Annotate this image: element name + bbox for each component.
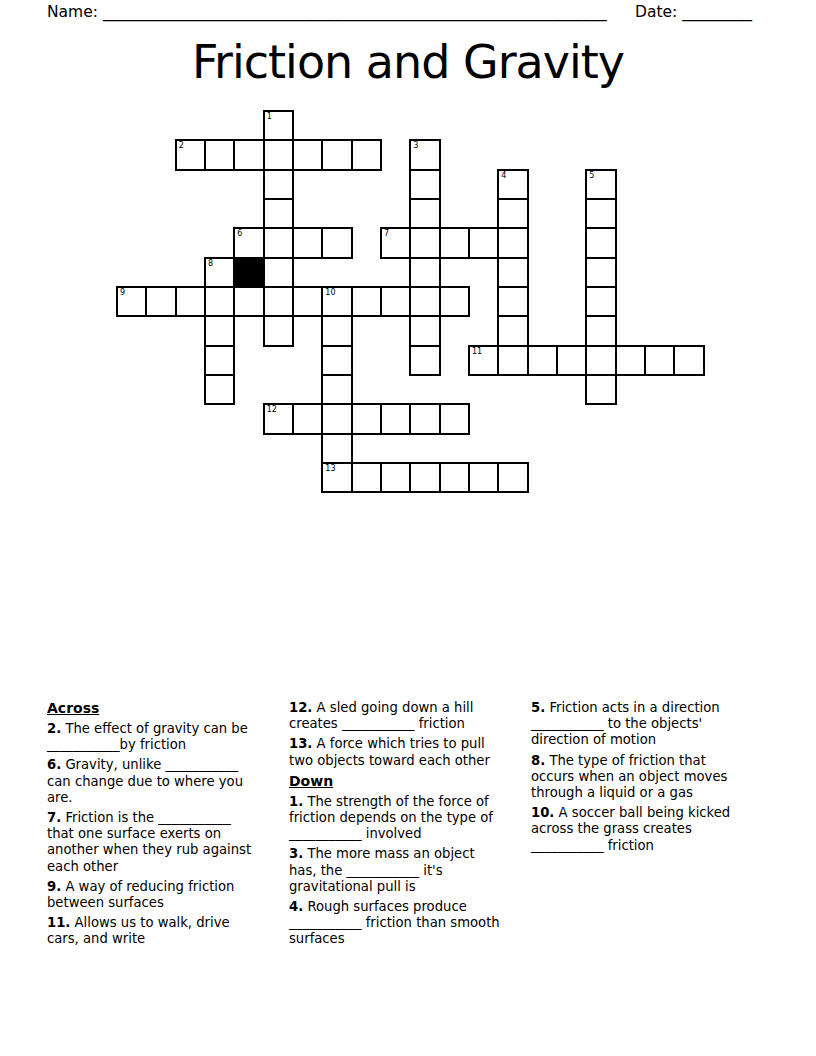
clue-across-12: 12. A sled going down a hill creates ___… [289, 700, 504, 732]
date-label: Date: [635, 3, 677, 21]
grid-cell-r12c10[interactable] [409, 462, 440, 493]
clue-across-9: 9. A way of reducing friction between su… [47, 879, 253, 911]
cell-number-1: 1 [267, 112, 272, 122]
grid-cell-r7c16[interactable] [585, 315, 616, 346]
clue-number: 3. [289, 846, 303, 861]
grid-cell-r7c13[interactable] [497, 315, 528, 346]
grid-cell-r12c13[interactable] [497, 462, 528, 493]
grid-cell-r6c9[interactable] [380, 286, 411, 317]
clue-number: 6. [47, 757, 61, 772]
grid-cell-r9c3[interactable] [204, 374, 235, 405]
grid-cell-r6c4[interactable] [233, 286, 264, 317]
clue-number: 13. [289, 736, 312, 751]
grid-cell-r6c5[interactable] [263, 286, 294, 317]
grid-cell-r8c10[interactable] [409, 345, 440, 376]
grid-cell-r2c10[interactable] [409, 169, 440, 200]
grid-cell-r12c11[interactable] [439, 462, 470, 493]
clue-down-10: 10. A soccer ball being kicked across th… [531, 805, 746, 854]
grid-cell-r4c10[interactable] [409, 227, 440, 258]
grid-cell-r5c10[interactable] [409, 257, 440, 288]
grid-cell-r8c3[interactable] [204, 345, 235, 376]
clue-number: 7. [47, 810, 61, 825]
name-label: Name: [47, 3, 98, 21]
clue-number: 5. [531, 700, 545, 715]
grid-cell-r10c6[interactable] [292, 403, 323, 434]
grid-cell-r1c10[interactable]: 3 [409, 139, 440, 170]
cell-number-3: 3 [413, 141, 418, 151]
grid-cell-r12c8[interactable] [351, 462, 382, 493]
clue-down-1: 1. The strength of the force of friction… [289, 794, 504, 843]
clues-column-3: 5. Friction acts in a direction ________… [531, 700, 746, 858]
grid-cell-r4c16[interactable] [585, 227, 616, 258]
grid-cell-r3c16[interactable] [585, 198, 616, 229]
grid-cell-r4c13[interactable] [497, 227, 528, 258]
grid-cell-r4c5[interactable] [263, 227, 294, 258]
grid-cell-r5c5[interactable] [263, 257, 294, 288]
across-clues-list: 2. The effect of gravity can be ________… [47, 721, 253, 948]
grid-cell-r4c11[interactable] [439, 227, 470, 258]
grid-cell-r8c15[interactable] [556, 345, 587, 376]
grid-cell-r8c17[interactable] [615, 345, 646, 376]
clue-down-3: 3. The more mass an object has, the ____… [289, 846, 504, 895]
grid-cell-r10c11[interactable] [439, 403, 470, 434]
grid-cell-r1c3[interactable] [204, 139, 235, 170]
grid-cell-r2c16[interactable]: 5 [585, 169, 616, 200]
name-field: Name: __________________________________… [47, 3, 607, 22]
grid-cell-r1c6[interactable] [292, 139, 323, 170]
clues-column-2: 12. A sled going down a hill creates ___… [289, 700, 504, 952]
grid-cell-r1c8[interactable] [351, 139, 382, 170]
cell-number-11: 11 [472, 347, 482, 357]
cell-number-5: 5 [589, 171, 594, 181]
crossword-worksheet: { "game": "crossword", "title": "Frictio… [0, 0, 816, 1056]
clue-down-8: 8. The type of friction that occurs when… [531, 753, 746, 802]
cell-number-7: 7 [384, 229, 389, 239]
across-clues-list-continued: 12. A sled going down a hill creates ___… [289, 700, 504, 769]
clue-number: 2. [47, 721, 61, 736]
grid-cell-r9c7[interactable] [321, 374, 352, 405]
grid-cell-r7c10[interactable] [409, 315, 440, 346]
clue-across-11: 11. Allows us to walk, drive cars, and w… [47, 915, 253, 947]
grid-cell-r6c11[interactable] [439, 286, 470, 317]
grid-cell-r8c19[interactable] [673, 345, 704, 376]
grid-cell-r2c5[interactable] [263, 169, 294, 200]
name-blank-line: ________________________________________… [103, 3, 607, 21]
down-heading: Down [289, 773, 504, 790]
grid-cell-r7c5[interactable] [263, 315, 294, 346]
cell-number-9: 9 [120, 288, 125, 298]
down-clues-list-continued: 5. Friction acts in a direction ________… [531, 700, 746, 854]
cell-number-4: 4 [501, 171, 506, 181]
clue-across-7: 7. Friction is the ___________ that one … [47, 810, 253, 875]
grid-cell-r10c10[interactable] [409, 403, 440, 434]
grid-cell-r6c2[interactable] [175, 286, 206, 317]
clue-across-2: 2. The effect of gravity can be ________… [47, 721, 253, 753]
clue-across-13: 13. A force which tries to pull two obje… [289, 736, 504, 768]
cell-number-6: 6 [237, 229, 242, 239]
grid-cell-r12c12[interactable] [468, 462, 499, 493]
across-heading: Across [47, 700, 253, 717]
blocked-cell [233, 257, 264, 288]
grid-cell-r10c7[interactable] [321, 403, 352, 434]
grid-cell-r8c16[interactable] [585, 345, 616, 376]
grid-cell-r6c13[interactable] [497, 286, 528, 317]
cell-number-10: 10 [325, 288, 335, 298]
grid-cell-r8c14[interactable] [527, 345, 558, 376]
grid-cell-r1c2[interactable]: 2 [175, 139, 206, 170]
grid-cell-r5c13[interactable] [497, 257, 528, 288]
clue-number: 10. [531, 805, 554, 820]
grid-cell-r8c18[interactable] [644, 345, 675, 376]
grid-cell-r10c8[interactable] [351, 403, 382, 434]
grid-cell-r6c0[interactable]: 9 [116, 286, 147, 317]
grid-cell-r3c10[interactable] [409, 198, 440, 229]
clue-number: 4. [289, 899, 303, 914]
grid-cell-r12c7[interactable]: 13 [321, 462, 352, 493]
clue-across-6: 6. Gravity, unlike ___________ can chang… [47, 757, 253, 806]
grid-cell-r5c3[interactable]: 8 [204, 257, 235, 288]
grid-cell-r6c7[interactable]: 10 [321, 286, 352, 317]
grid-cell-r2c13[interactable]: 4 [497, 169, 528, 200]
grid-cell-r7c7[interactable] [321, 315, 352, 346]
cell-number-13: 13 [325, 464, 335, 474]
grid-cell-r9c16[interactable] [585, 374, 616, 405]
grid-cell-r3c5[interactable] [263, 198, 294, 229]
grid-cell-r6c16[interactable] [585, 286, 616, 317]
grid-cell-r11c7[interactable] [321, 433, 352, 464]
grid-cell-r0c5[interactable]: 1 [263, 110, 294, 141]
grid-cell-r1c7[interactable] [321, 139, 352, 170]
grid-cell-r8c7[interactable] [321, 345, 352, 376]
grid-cell-r7c3[interactable] [204, 315, 235, 346]
cell-number-2: 2 [179, 141, 184, 151]
grid-cell-r1c5[interactable] [263, 139, 294, 170]
grid-cell-r4c4[interactable]: 6 [233, 227, 264, 258]
grid-cell-r8c12[interactable]: 11 [468, 345, 499, 376]
grid-cell-r3c13[interactable] [497, 198, 528, 229]
clue-number: 9. [47, 879, 61, 894]
clue-number: 1. [289, 794, 303, 809]
grid-cell-r1c4[interactable] [233, 139, 264, 170]
clue-number: 12. [289, 700, 312, 715]
page-title: Friction and Gravity [0, 33, 816, 91]
date-blank-line: _________ [682, 3, 752, 21]
cell-number-8: 8 [208, 259, 213, 269]
grid-cell-r4c12[interactable] [468, 227, 499, 258]
grid-cell-r4c9[interactable]: 7 [380, 227, 411, 258]
clue-down-4: 4. Rough surfaces produce ___________ fr… [289, 899, 504, 948]
grid-cell-r6c1[interactable] [145, 286, 176, 317]
grid-cell-r12c9[interactable] [380, 462, 411, 493]
clue-number: 8. [531, 753, 545, 768]
clue-number: 11. [47, 915, 70, 930]
grid-cell-r10c9[interactable] [380, 403, 411, 434]
grid-cell-r6c6[interactable] [292, 286, 323, 317]
cell-number-12: 12 [267, 405, 277, 415]
grid-cell-r4c7[interactable] [321, 227, 352, 258]
grid-cell-r6c8[interactable] [351, 286, 382, 317]
clues-column-1: Across 2. The effect of gravity can be _… [47, 700, 253, 952]
grid-cell-r5c16[interactable] [585, 257, 616, 288]
grid-cell-r4c6[interactable] [292, 227, 323, 258]
grid-cell-r8c13[interactable] [497, 345, 528, 376]
grid-cell-r6c10[interactable] [409, 286, 440, 317]
clue-down-5: 5. Friction acts in a direction ________… [531, 700, 746, 749]
grid-cell-r6c3[interactable] [204, 286, 235, 317]
grid-cell-r10c5[interactable]: 12 [263, 403, 294, 434]
down-clues-list: 1. The strength of the force of friction… [289, 794, 504, 948]
date-field: Date: _________ [635, 3, 752, 22]
